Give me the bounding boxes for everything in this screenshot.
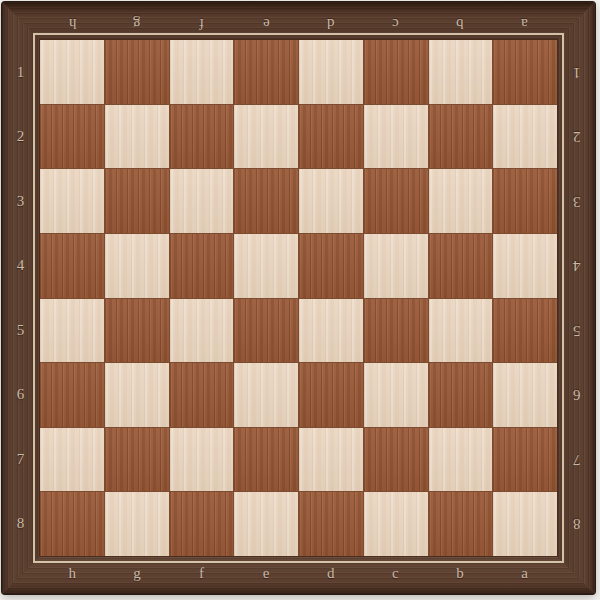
square-e2[interactable] — [234, 105, 298, 169]
file-label: a — [521, 566, 528, 581]
rank-label: 4 — [17, 258, 25, 273]
rank-label: 5 — [17, 323, 25, 338]
rank-label: 2 — [17, 129, 25, 144]
square-a7[interactable] — [493, 428, 557, 492]
square-g8[interactable] — [105, 492, 169, 556]
file-label: d — [327, 16, 335, 31]
square-f6[interactable] — [170, 363, 234, 427]
square-b5[interactable] — [429, 299, 493, 363]
square-e5[interactable] — [234, 299, 298, 363]
square-e3[interactable] — [234, 169, 298, 233]
square-f5[interactable] — [170, 299, 234, 363]
square-a5[interactable] — [493, 299, 557, 363]
board-frame-right — [558, 2, 595, 594]
chessboard: hgfedcba hgfedcba 12345678 12345678 — [2, 2, 595, 594]
square-c4[interactable] — [364, 234, 428, 298]
square-h4[interactable] — [40, 234, 104, 298]
board-frame-left — [2, 2, 39, 594]
rank-label: 2 — [573, 129, 581, 144]
square-b4[interactable] — [429, 234, 493, 298]
square-g6[interactable] — [105, 363, 169, 427]
square-h7[interactable] — [40, 428, 104, 492]
file-label: f — [199, 16, 204, 31]
square-a3[interactable] — [493, 169, 557, 233]
square-b7[interactable] — [429, 428, 493, 492]
rank-label: 3 — [17, 194, 25, 209]
rank-label: 6 — [17, 387, 25, 402]
square-d2[interactable] — [299, 105, 363, 169]
square-b8[interactable] — [429, 492, 493, 556]
square-c7[interactable] — [364, 428, 428, 492]
square-g4[interactable] — [105, 234, 169, 298]
file-label: c — [392, 566, 399, 581]
rank-label: 3 — [573, 194, 581, 209]
square-c2[interactable] — [364, 105, 428, 169]
file-label: b — [456, 566, 464, 581]
square-d6[interactable] — [299, 363, 363, 427]
square-c5[interactable] — [364, 299, 428, 363]
square-h1[interactable] — [40, 40, 104, 104]
square-f7[interactable] — [170, 428, 234, 492]
square-d8[interactable] — [299, 492, 363, 556]
square-g2[interactable] — [105, 105, 169, 169]
square-a8[interactable] — [493, 492, 557, 556]
square-g3[interactable] — [105, 169, 169, 233]
rank-labels-right: 12345678 — [558, 40, 595, 556]
square-f3[interactable] — [170, 169, 234, 233]
square-h3[interactable] — [40, 169, 104, 233]
file-label: d — [327, 566, 335, 581]
square-c8[interactable] — [364, 492, 428, 556]
square-e7[interactable] — [234, 428, 298, 492]
square-f4[interactable] — [170, 234, 234, 298]
square-g7[interactable] — [105, 428, 169, 492]
file-label: g — [133, 566, 141, 581]
square-c3[interactable] — [364, 169, 428, 233]
square-g5[interactable] — [105, 299, 169, 363]
square-f2[interactable] — [170, 105, 234, 169]
file-label: f — [199, 566, 204, 581]
board-frame-top — [2, 2, 595, 39]
rank-label: 7 — [573, 452, 581, 467]
square-a2[interactable] — [493, 105, 557, 169]
square-b2[interactable] — [429, 105, 493, 169]
file-label: e — [263, 566, 270, 581]
rank-labels-left: 12345678 — [2, 40, 39, 556]
rank-label: 6 — [573, 387, 581, 402]
square-d4[interactable] — [299, 234, 363, 298]
square-c1[interactable] — [364, 40, 428, 104]
board-frame-bottom — [2, 557, 595, 594]
file-label: a — [521, 16, 528, 31]
rank-label: 7 — [17, 452, 25, 467]
square-b1[interactable] — [429, 40, 493, 104]
square-d3[interactable] — [299, 169, 363, 233]
square-d7[interactable] — [299, 428, 363, 492]
file-labels-top: hgfedcba — [40, 2, 557, 39]
square-d5[interactable] — [299, 299, 363, 363]
square-e8[interactable] — [234, 492, 298, 556]
file-label: e — [263, 16, 270, 31]
square-f1[interactable] — [170, 40, 234, 104]
square-h6[interactable] — [40, 363, 104, 427]
rank-label: 8 — [573, 516, 581, 531]
square-c6[interactable] — [364, 363, 428, 427]
playing-area — [40, 40, 557, 556]
square-h8[interactable] — [40, 492, 104, 556]
rank-label: 1 — [17, 65, 25, 80]
file-label: g — [133, 16, 141, 31]
square-a6[interactable] — [493, 363, 557, 427]
rank-label: 5 — [573, 323, 581, 338]
file-label: b — [456, 16, 464, 31]
square-a4[interactable] — [493, 234, 557, 298]
file-label: h — [69, 16, 77, 31]
square-e6[interactable] — [234, 363, 298, 427]
square-a1[interactable] — [493, 40, 557, 104]
square-f8[interactable] — [170, 492, 234, 556]
square-e4[interactable] — [234, 234, 298, 298]
square-h5[interactable] — [40, 299, 104, 363]
square-h2[interactable] — [40, 105, 104, 169]
rank-label: 1 — [573, 65, 581, 80]
rank-label: 8 — [17, 516, 25, 531]
square-b3[interactable] — [429, 169, 493, 233]
file-label: c — [392, 16, 399, 31]
file-label: h — [69, 566, 77, 581]
square-g1[interactable] — [105, 40, 169, 104]
square-e1[interactable] — [234, 40, 298, 104]
rank-label: 4 — [573, 258, 581, 273]
file-labels-bottom: hgfedcba — [40, 557, 557, 594]
square-d1[interactable] — [299, 40, 363, 104]
square-b6[interactable] — [429, 363, 493, 427]
